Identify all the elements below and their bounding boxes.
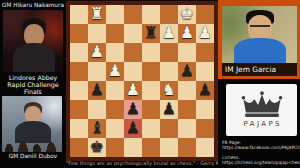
white-pawn: ♟ bbox=[178, 24, 196, 43]
club-logo-box: PAJAPS bbox=[226, 84, 297, 136]
square[interactable] bbox=[124, 24, 142, 43]
square[interactable] bbox=[106, 81, 124, 100]
black-pawn: ♟ bbox=[124, 119, 142, 138]
dubov-webcam bbox=[2, 96, 62, 152]
square[interactable] bbox=[70, 24, 88, 43]
square[interactable] bbox=[106, 119, 124, 138]
lichess-url: https://lichess.org/team/pajap-chess bbox=[222, 160, 300, 165]
square[interactable] bbox=[106, 43, 124, 62]
square[interactable] bbox=[124, 62, 142, 81]
square[interactable] bbox=[142, 100, 160, 119]
square[interactable] bbox=[160, 5, 178, 24]
square[interactable]: ♟ bbox=[160, 100, 178, 119]
square[interactable] bbox=[178, 138, 196, 157]
club-logo-text: PAJAPS bbox=[226, 120, 297, 128]
event-title-line: Lindores Abbey bbox=[0, 74, 66, 81]
square[interactable]: ♟ bbox=[124, 100, 142, 119]
square[interactable]: ♚ bbox=[178, 5, 196, 24]
white-pawn: ♟ bbox=[160, 24, 178, 43]
square[interactable] bbox=[124, 43, 142, 62]
black-pawn: ♟ bbox=[160, 100, 178, 119]
square[interactable] bbox=[124, 138, 142, 157]
square[interactable] bbox=[124, 5, 142, 24]
square[interactable] bbox=[196, 62, 214, 81]
square[interactable] bbox=[196, 138, 214, 157]
square[interactable] bbox=[160, 119, 178, 138]
black-pawn: ♟ bbox=[124, 100, 142, 119]
event-title-line: Finals bbox=[0, 88, 66, 95]
square[interactable] bbox=[70, 43, 88, 62]
square[interactable] bbox=[88, 100, 106, 119]
player-bottom-label: GM Daniil Dubov bbox=[0, 152, 66, 160]
square[interactable]: ♚ bbox=[88, 138, 106, 157]
chess-pieces-photo-silhouette bbox=[2, 137, 62, 152]
black-bishop: ♝ bbox=[88, 119, 106, 138]
square[interactable] bbox=[142, 81, 160, 100]
square[interactable] bbox=[142, 62, 160, 81]
square[interactable]: ♜ bbox=[142, 24, 160, 43]
square[interactable] bbox=[106, 100, 124, 119]
black-king: ♚ bbox=[88, 138, 106, 157]
square[interactable]: ♟ bbox=[178, 24, 196, 43]
event-title: Lindores Abbey Rapid Challenge Finals bbox=[0, 74, 66, 96]
square[interactable] bbox=[160, 138, 178, 157]
square[interactable]: ♟ bbox=[196, 24, 214, 43]
stream-overlay: GM Hikaru Nakamura Lindores Abbey Rapid … bbox=[0, 0, 300, 168]
square[interactable]: ♟ bbox=[88, 43, 106, 62]
square[interactable]: ♟ bbox=[160, 24, 178, 43]
square[interactable]: ♟ bbox=[88, 81, 106, 100]
host-name-label: IM Jem Garcia bbox=[222, 63, 297, 76]
square[interactable] bbox=[196, 100, 214, 119]
black-pawn: ♟ bbox=[88, 81, 106, 100]
social-links: FB Page: https://www.facebook.com/PAJAPC… bbox=[222, 140, 300, 166]
square[interactable] bbox=[88, 24, 106, 43]
square[interactable] bbox=[178, 43, 196, 62]
black-pawn: ♟ bbox=[178, 62, 196, 81]
square[interactable] bbox=[160, 62, 178, 81]
square[interactable]: ♟ bbox=[196, 81, 214, 100]
white-pawn: ♟ bbox=[196, 24, 214, 43]
square[interactable] bbox=[196, 5, 214, 24]
left-sidebar: GM Hikaru Nakamura Lindores Abbey Rapid … bbox=[0, 0, 66, 168]
quote-caption: "Few things are as psychologically bruta… bbox=[66, 160, 218, 168]
square[interactable] bbox=[178, 100, 196, 119]
white-pawn: ♟ bbox=[88, 43, 106, 62]
square[interactable] bbox=[106, 138, 124, 157]
crown-icon bbox=[239, 90, 285, 118]
square[interactable] bbox=[178, 81, 196, 100]
square[interactable] bbox=[70, 119, 88, 138]
square[interactable] bbox=[106, 24, 124, 43]
event-title-line: Rapid Challenge bbox=[0, 81, 66, 88]
square[interactable]: ♟ bbox=[178, 62, 196, 81]
square[interactable] bbox=[178, 119, 196, 138]
person-silhouette bbox=[13, 43, 55, 72]
glasses-icon bbox=[250, 25, 270, 27]
square[interactable]: ♜ bbox=[88, 5, 106, 24]
square[interactable] bbox=[142, 43, 160, 62]
square[interactable] bbox=[70, 81, 88, 100]
host-webcam bbox=[222, 6, 297, 63]
square[interactable] bbox=[70, 5, 88, 24]
square[interactable]: ♟ bbox=[124, 119, 142, 138]
person-silhouette bbox=[234, 38, 286, 63]
white-pawn: ♟ bbox=[124, 81, 142, 100]
square[interactable] bbox=[160, 43, 178, 62]
square[interactable] bbox=[196, 119, 214, 138]
square[interactable] bbox=[196, 43, 214, 62]
white-knight: ♞ bbox=[160, 81, 178, 100]
hikaru-webcam bbox=[3, 10, 63, 72]
square[interactable] bbox=[88, 62, 106, 81]
square[interactable]: ♝ bbox=[88, 119, 106, 138]
chess-board-frame: ♜♚♜♟♟♟♟♟♟♟♟♞♟♟♟♝♟♚ bbox=[66, 1, 218, 161]
square[interactable] bbox=[142, 119, 160, 138]
white-pawn: ♟ bbox=[106, 62, 124, 81]
black-rook: ♜ bbox=[142, 24, 160, 43]
square[interactable] bbox=[70, 138, 88, 157]
black-pawn: ♟ bbox=[196, 81, 214, 100]
square[interactable]: ♟ bbox=[106, 62, 124, 81]
square[interactable] bbox=[106, 5, 124, 24]
square[interactable] bbox=[142, 138, 160, 157]
right-sidebar: IM Jem Garcia PAJAPS FB Page: https://ww… bbox=[218, 0, 300, 168]
square[interactable] bbox=[142, 5, 160, 24]
fb-page-url: https://www.facebook.com/PAJAPChess bbox=[222, 145, 300, 150]
white-king: ♚ bbox=[178, 5, 196, 24]
square[interactable]: ♞ bbox=[160, 81, 178, 100]
square[interactable]: ♟ bbox=[124, 81, 142, 100]
square[interactable] bbox=[70, 100, 88, 119]
chess-board: ♜♚♜♟♟♟♟♟♟♟♟♞♟♟♟♝♟♚ bbox=[70, 5, 214, 157]
white-rook: ♜ bbox=[88, 5, 106, 24]
player-top-label: GM Hikaru Nakamura bbox=[0, 1, 66, 9]
square[interactable] bbox=[70, 62, 88, 81]
